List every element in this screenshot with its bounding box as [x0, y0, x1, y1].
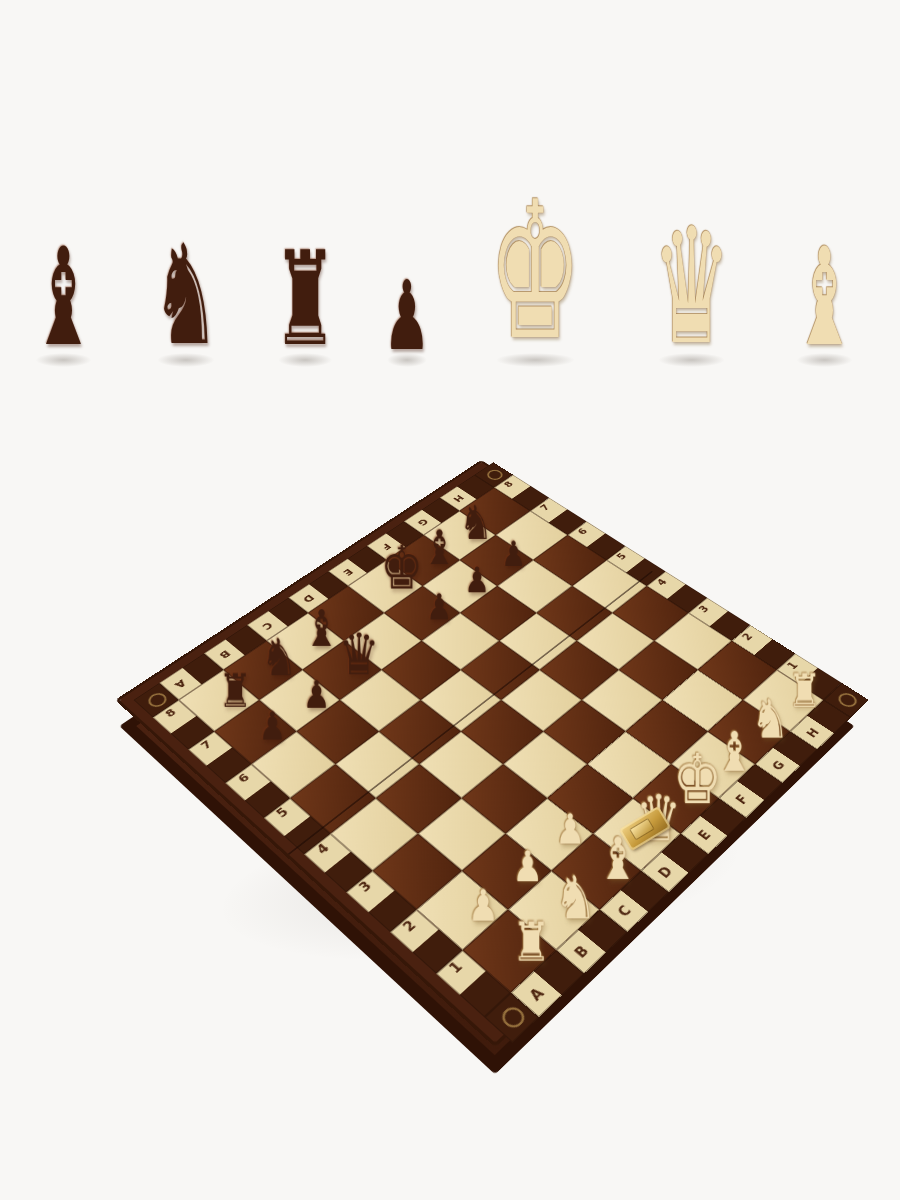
file-label: D — [294, 588, 323, 609]
right-rank-label-3: 3 — [688, 598, 750, 641]
square-f7: ♟ — [423, 560, 498, 613]
square-d5 — [421, 670, 502, 732]
corner-emblem — [133, 683, 178, 718]
top-file-label-G: G — [404, 498, 460, 535]
rank-label: 5 — [607, 546, 637, 567]
dark-pawn-lineup: ♟ — [383, 272, 430, 360]
right-rank-label-2: 2 — [732, 625, 795, 670]
dark-queen-on-c7: ♛ — [336, 626, 381, 683]
square-h4 — [612, 586, 688, 641]
dark-pawn-on-e7: ♟ — [417, 589, 460, 625]
square-d7 — [344, 613, 422, 670]
lineup-dark-group: ♚♛♝♞♜♟ — [0, 185, 450, 360]
right-rank-label-8: 8 — [494, 475, 549, 511]
dark-king-on-e8: ♚ — [380, 538, 423, 598]
file-label: G — [409, 513, 436, 531]
light-king-lineup: ♚ — [488, 185, 582, 360]
square-e7: ♟ — [384, 586, 460, 641]
dark-rook-lineup: ♜ — [274, 240, 338, 360]
top-file-label-E: E — [328, 546, 386, 586]
rank-label: 8 — [494, 475, 523, 494]
square-d8 — [308, 586, 384, 641]
dark-pawn-on-b7: ♟ — [293, 676, 339, 714]
dark-bishop-on-c8: ♝ — [299, 603, 343, 653]
board-3d-scene: ABCDEFGH8♜♞♝♚♝♞87♟♟♛♟♟♟7665544332♟♟♟21♜♞… — [227, 440, 747, 960]
rank-label: 7 — [530, 498, 559, 518]
rank-label: 6 — [568, 521, 598, 542]
dark-knight-lineup: ♞ — [152, 233, 220, 360]
right-rank-label-4: 4 — [647, 571, 707, 613]
square-e5 — [461, 641, 540, 700]
square-h7 — [496, 511, 568, 560]
square-f8: ♝ — [387, 535, 460, 586]
square-h6 — [533, 535, 606, 586]
square-g7: ♟ — [460, 535, 533, 586]
board-scene: ABCDEFGH8♜♞♝♚♝♞87♟♟♛♟♟♟7665544332♟♟♟21♜♞… — [0, 400, 900, 1040]
rank-label: 2 — [732, 625, 763, 649]
top-file-label-F: F — [367, 521, 424, 560]
rank-label: 4 — [647, 571, 677, 593]
corner-emblem — [474, 462, 513, 487]
square-d6 — [382, 641, 461, 700]
square-f6 — [460, 586, 536, 641]
right-rank-label-7: 7 — [530, 498, 586, 535]
dark-pawn-on-a7: ♟ — [249, 707, 296, 746]
light-pawn-on-c2: ♟ — [545, 808, 595, 850]
chess-board: ABCDEFGH8♜♞♝♚♝♞87♟♟♛♟♟♟7665544332♟♟♟21♜♞… — [119, 462, 854, 1042]
square-h5 — [572, 560, 647, 613]
lineup-light-group: ♚♛♝♞♜♟ — [450, 185, 900, 360]
square-g6 — [497, 560, 572, 613]
square-e8: ♚ — [348, 560, 423, 613]
square-h3 — [654, 613, 732, 670]
light-queen-lineup: ♛ — [653, 213, 732, 360]
light-bishop-lineup: ♝ — [791, 236, 858, 360]
file-label: G — [762, 752, 792, 777]
square-g3 — [619, 641, 698, 700]
square-f4 — [540, 641, 619, 700]
square-c8: ♝ — [267, 613, 345, 670]
file-label: F — [372, 537, 400, 556]
square-f5 — [499, 613, 577, 670]
top-file-label-D: D — [288, 571, 348, 613]
dark-bishop-lineup: ♝ — [30, 236, 97, 360]
top-file-label-H: H — [440, 475, 494, 511]
file-label: H — [445, 490, 472, 508]
dark-pawn-on-f7: ♟ — [456, 562, 499, 597]
square-g4 — [577, 613, 655, 670]
dark-bishop-on-f8: ♝ — [419, 524, 461, 572]
right-rank-label-6: 6 — [568, 521, 626, 560]
square-c6 — [340, 670, 421, 732]
file-label: F — [726, 786, 757, 813]
square-h8 — [460, 488, 531, 535]
light-pawn-on-b2: ♟ — [502, 845, 553, 888]
light-pawn-on-a2: ♟ — [457, 884, 509, 928]
square-e6 — [422, 613, 500, 670]
piece-lineup: ♚♛♝♞♜♟♚♛♝♞♜♟ — [0, 160, 900, 360]
dark-knight-on-g8: ♞ — [455, 499, 496, 546]
right-rank-label-5: 5 — [607, 546, 666, 586]
rank-label: 3 — [688, 598, 719, 621]
file-label: E — [334, 562, 363, 582]
light-rook-on-a1: ♜ — [504, 915, 558, 969]
file-label: C — [252, 615, 282, 636]
dark-pawn-on-g7: ♟ — [493, 537, 535, 572]
square-g8: ♞ — [424, 511, 496, 560]
square-g5 — [536, 586, 612, 641]
top-file-label-C: C — [247, 598, 308, 641]
